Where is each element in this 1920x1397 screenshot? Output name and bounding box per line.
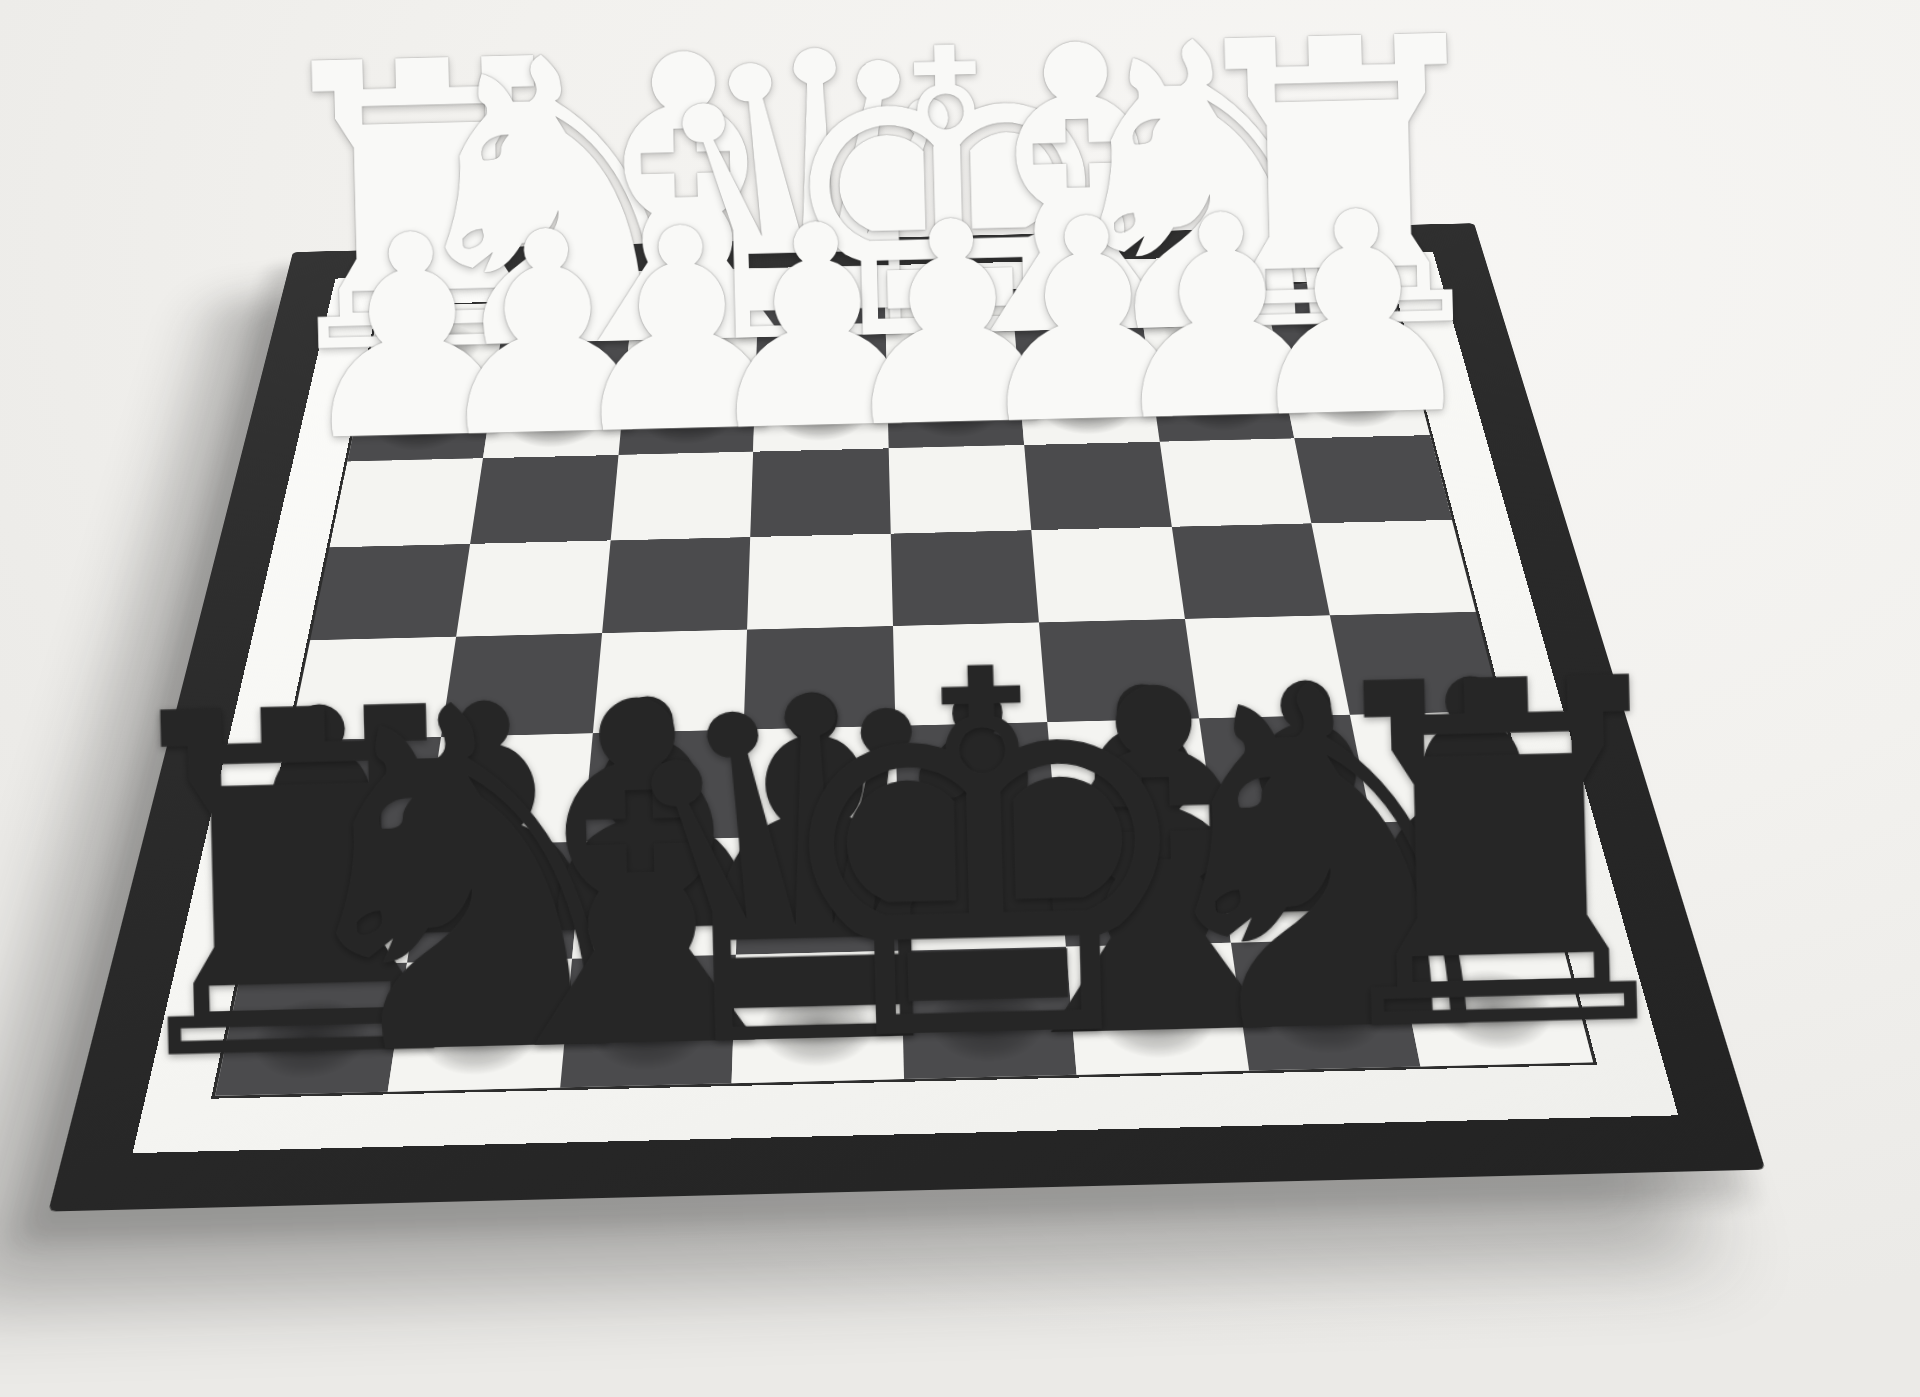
- square-d6: [750, 448, 890, 537]
- square-c6: [610, 451, 753, 540]
- square-b6: [470, 455, 618, 544]
- black-king-e1: ♚: [755, 640, 1215, 1077]
- black-rook-h1: ♜: [1284, 653, 1717, 1064]
- board-border-strip: 87654321 87654321 ABCDEFGH ♜♞♝♛♚♝♞♜♟♟♟♟♟…: [132, 252, 1678, 1153]
- square-g6: [1159, 438, 1311, 527]
- chess-board: 87654321 87654321 ABCDEFGH ♜♞♝♛♚♝♞♜♟♟♟♟♟…: [48, 223, 1765, 1211]
- square-h1: ♜: [1395, 935, 1593, 1067]
- square-f6: [1024, 441, 1171, 530]
- photo-background: 87654321 87654321 ABCDEFGH ♜♞♝♛♚♝♞♜♟♟♟♟♟…: [0, 0, 1920, 1397]
- square-a6: [329, 458, 482, 547]
- square-e1: ♚: [901, 947, 1076, 1079]
- rank-label-right-6: 6: [1382, 450, 1455, 529]
- perspective-scene: 87654321 87654321 ABCDEFGH ♜♞♝♛♚♝♞♜♟♟♟♟♟…: [176, 0, 1610, 1343]
- board-frame: 87654321 87654321 ABCDEFGH ♜♞♝♛♚♝♞♜♟♟♟♟♟…: [48, 223, 1765, 1211]
- board-tilt-wrapper: 87654321 87654321 ABCDEFGH ♜♞♝♛♚♝♞♜♟♟♟♟♟…: [176, 0, 1610, 1343]
- square-e6: [888, 445, 1030, 534]
